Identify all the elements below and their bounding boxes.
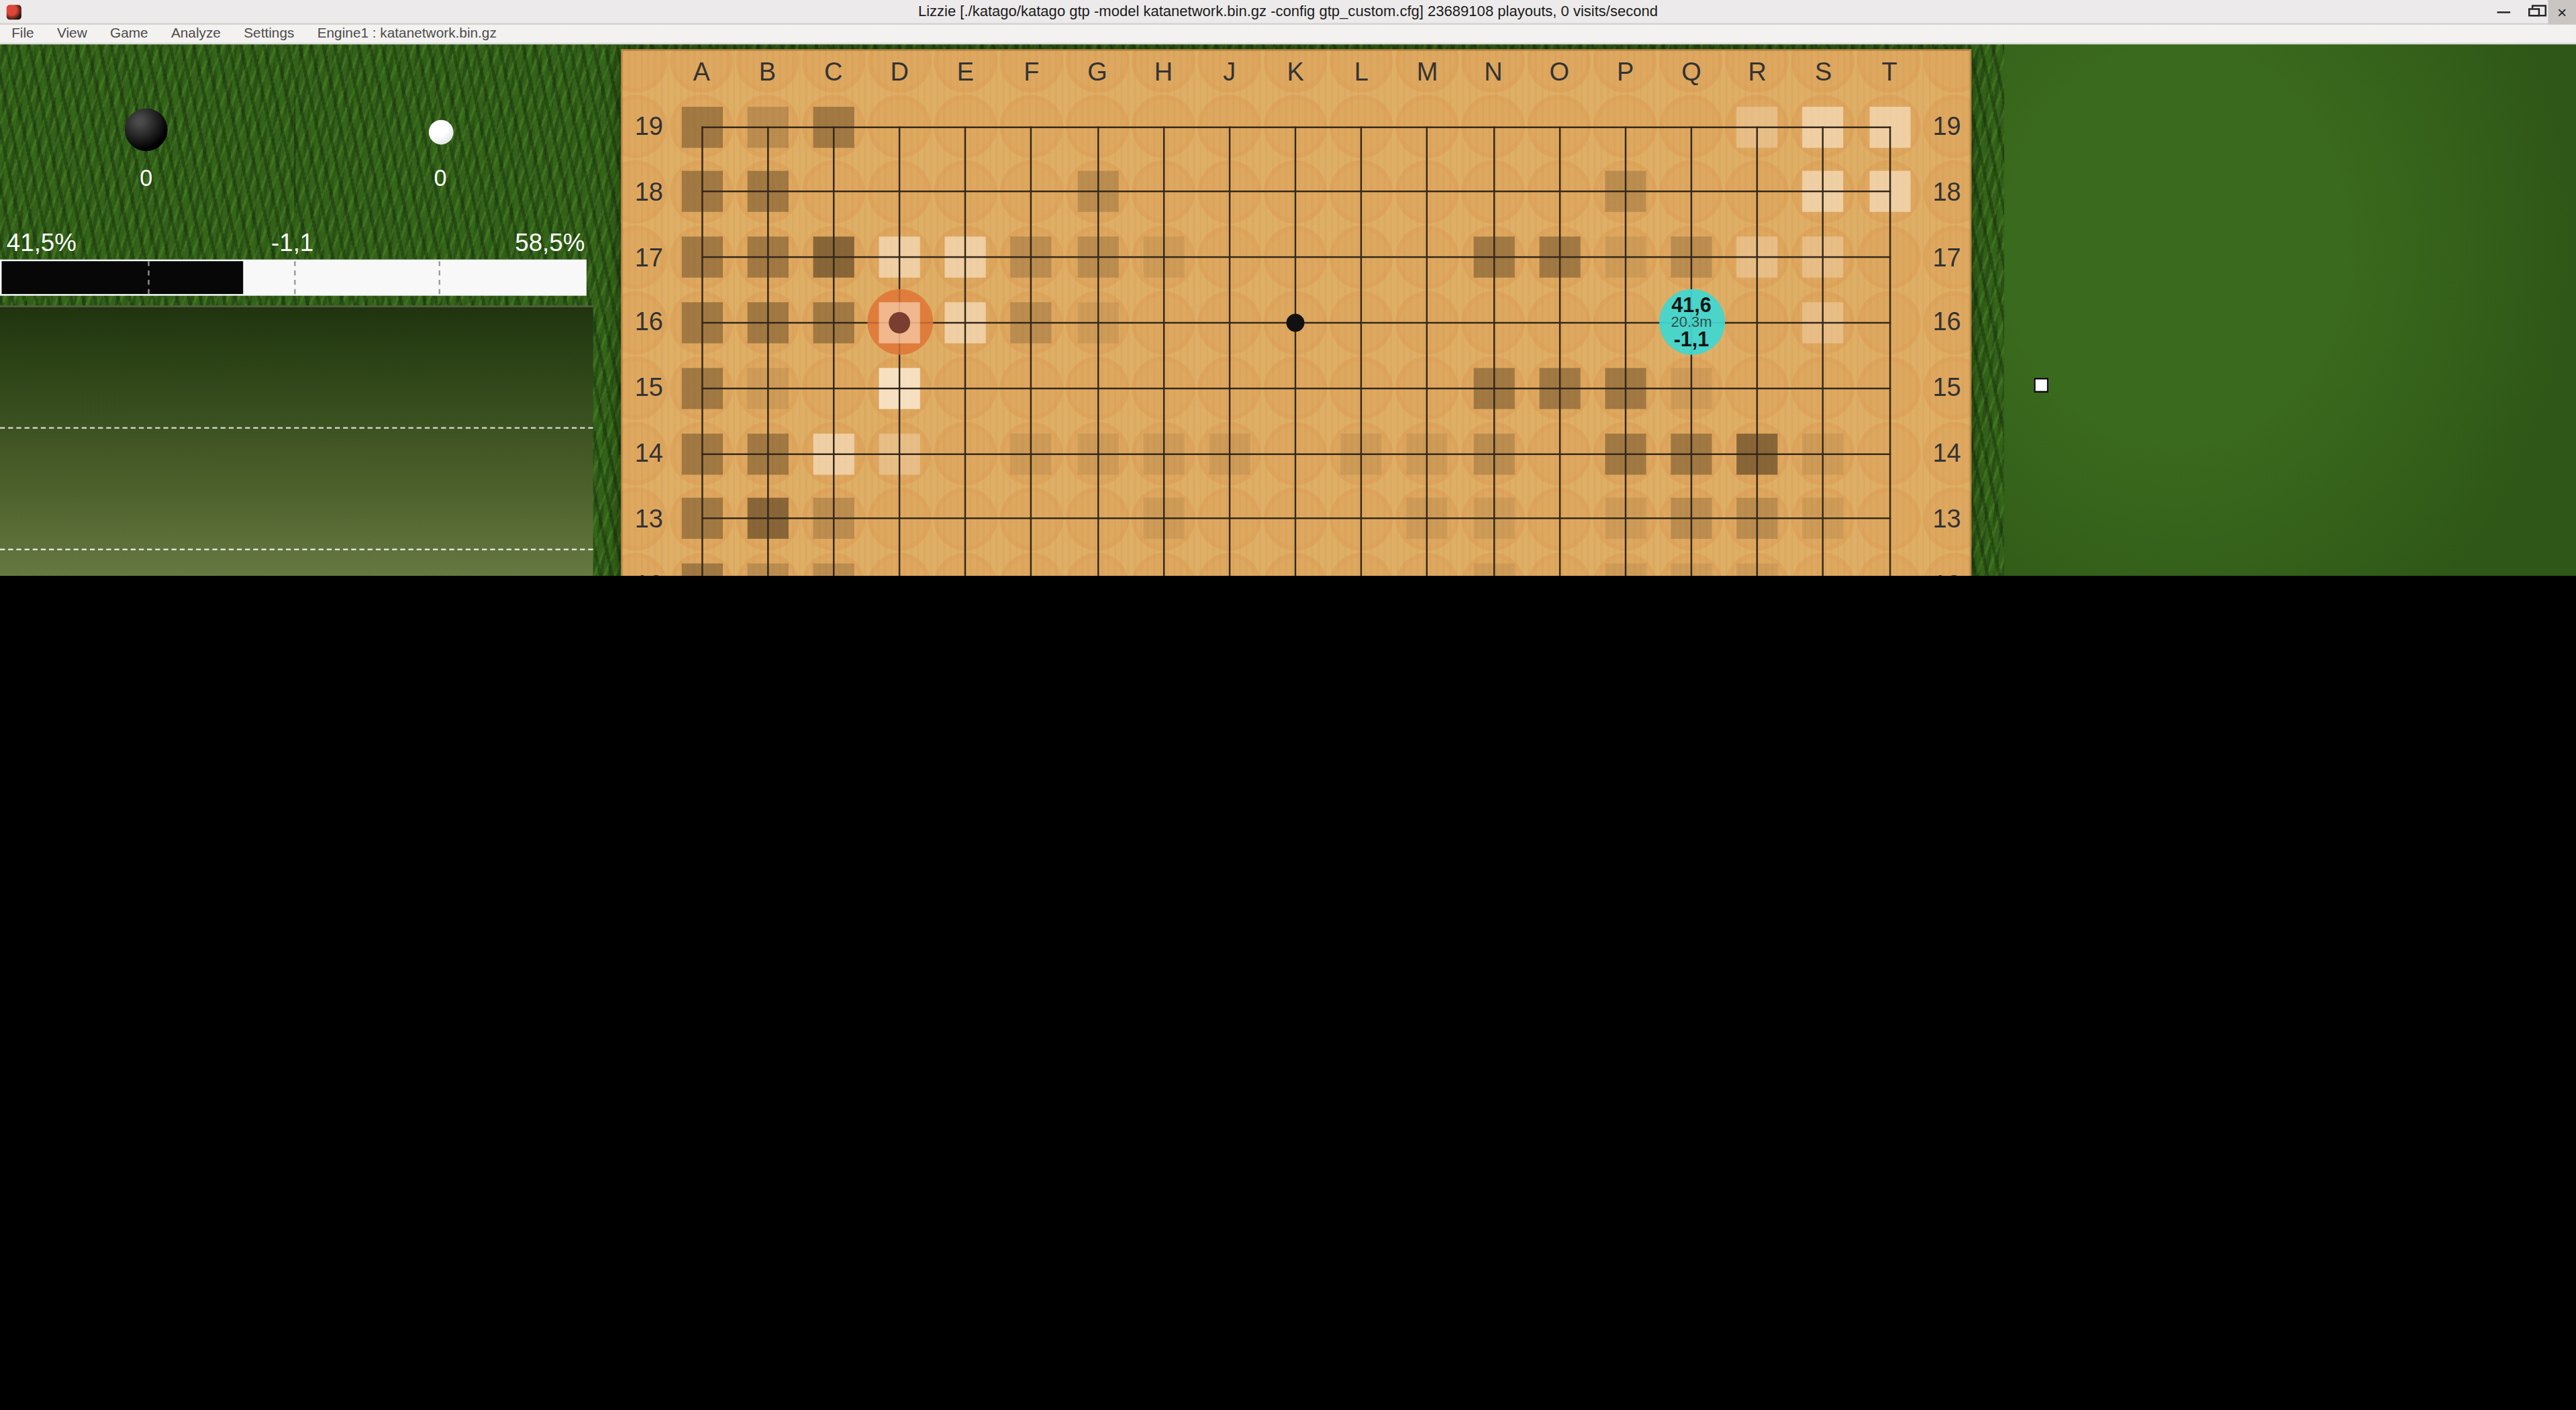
top-coord-label: R (1738, 59, 1777, 85)
left-coord-label: 17 (629, 244, 668, 270)
grid-line (833, 126, 834, 576)
suggestion-score: -1,1 (1674, 330, 1710, 350)
suggestion-winrate: 41,6 (1671, 296, 1712, 315)
winrate-tick-50 (293, 261, 295, 294)
grid-line (701, 453, 1891, 454)
top-coord-label: P (1605, 59, 1645, 85)
grid-line (1229, 126, 1230, 576)
winrate-graph[interactable] (0, 305, 593, 576)
top-coord-label: F (1011, 59, 1051, 85)
grid-line (1822, 126, 1824, 576)
grid-line (701, 126, 702, 576)
menu-item-analyze[interactable]: Analyze (160, 25, 232, 41)
grid-line (1558, 126, 1560, 576)
top-coord-label: N (1474, 59, 1514, 85)
right-coord-label: 13 (1927, 506, 1967, 532)
menu-bar: FileViewGameAnalyzeSettingsEngine1 : kat… (0, 23, 2576, 44)
black-winrate-label: 41,5% (7, 228, 77, 256)
grid-line (1624, 126, 1626, 576)
star-point (1287, 313, 1305, 332)
left-coord-label: 15 (629, 375, 668, 401)
menu-item-file[interactable]: File (0, 25, 46, 41)
lizzie-window: Lizzie [./katago/katago gtp -model katan… (0, 0, 2576, 576)
grid-line (1889, 126, 1890, 576)
menu-item-engine1[interactable]: Engine1 : katanetwork.bin.gz (306, 25, 508, 41)
graph-gridline (0, 427, 593, 429)
restore-icon[interactable] (2520, 0, 2546, 23)
grid-line (701, 387, 1891, 389)
left-coord-label: 13 (629, 506, 668, 532)
score-lead-label: -1,1 (230, 228, 355, 256)
top-coord-label: B (748, 59, 787, 85)
top-coord-label: G (1078, 59, 1118, 85)
grid-line (701, 191, 1891, 193)
top-coord-label: O (1540, 59, 1579, 85)
right-coord-label: 12 (1927, 571, 1967, 576)
right-coord-label: 14 (1927, 440, 1967, 466)
right-coord-label: 16 (1927, 309, 1967, 336)
top-coord-label: H (1144, 59, 1183, 85)
left-coord-label: 19 (629, 113, 668, 140)
right-coord-label: 18 (1927, 179, 1967, 205)
right-coord-label: 15 (1927, 375, 1967, 401)
white-capture-count: 0 (407, 164, 473, 191)
left-coord-label: 12 (629, 571, 668, 576)
top-coord-label: E (946, 59, 985, 85)
black-capture-stone-icon (125, 109, 168, 152)
top-coord-label: D (880, 59, 920, 85)
top-coord-label: M (1407, 59, 1447, 85)
grid-line (1493, 126, 1494, 576)
winrate-bar (0, 260, 587, 296)
top-coord-label: S (1803, 59, 1843, 85)
main-board[interactable]: AABBCCDDEEFFGGHHJJKKLLMMNNOOPPQQRRSSTT19… (621, 49, 1971, 576)
menu-item-settings[interactable]: Settings (232, 25, 305, 41)
top-coord-label: L (1342, 59, 1381, 85)
grid-line (1426, 126, 1428, 576)
top-coord-label: K (1276, 59, 1316, 85)
grid-line (1031, 126, 1032, 576)
suggested-move-Q16[interactable]: 41,620.3m-1,1 (1658, 290, 1724, 356)
menu-item-game[interactable]: Game (99, 25, 160, 41)
winrate-tick-25 (148, 261, 149, 294)
top-coord-label: Q (1672, 59, 1712, 85)
minimize-icon[interactable] (2491, 0, 2517, 23)
top-coord-label: C (813, 59, 853, 85)
winrate-tick-75 (439, 261, 440, 294)
black-capture-count: 0 (113, 164, 179, 191)
white-winrate-label: 58,5% (421, 228, 585, 256)
winrate-bar-black (1, 261, 244, 294)
grid-line (766, 126, 768, 576)
grid-line (1097, 126, 1098, 576)
left-coord-label: 14 (629, 440, 668, 466)
menu-item-view[interactable]: View (46, 25, 99, 41)
title-bar: Lizzie [./katago/katago gtp -model katan… (0, 0, 2576, 23)
graph-gridline (0, 548, 593, 549)
right-coord-label: 17 (1927, 244, 1967, 270)
grid-line (1360, 126, 1362, 576)
grid-line (1756, 126, 1758, 576)
white-square-marker (2034, 378, 2048, 392)
top-coord-label: T (1870, 59, 1910, 85)
right-coord-label: 19 (1927, 113, 1967, 140)
top-coord-label: J (1209, 59, 1249, 85)
grid-line (701, 125, 1891, 127)
blurred-background (2004, 44, 2576, 576)
close-icon[interactable]: × (2548, 0, 2576, 23)
grid-line (1295, 126, 1296, 576)
white-capture-stone-icon (428, 119, 453, 144)
star-point (889, 312, 910, 334)
grid-line (1162, 126, 1164, 576)
grid-line (701, 518, 1891, 519)
grid-line (964, 126, 966, 576)
panel-divider (293, 95, 295, 213)
grid-line (701, 256, 1891, 258)
left-coord-label: 16 (629, 309, 668, 336)
left-coord-label: 18 (629, 179, 668, 205)
top-coord-label: A (682, 59, 722, 85)
window-title: Lizzie [./katago/katago gtp -model katan… (0, 3, 2576, 19)
